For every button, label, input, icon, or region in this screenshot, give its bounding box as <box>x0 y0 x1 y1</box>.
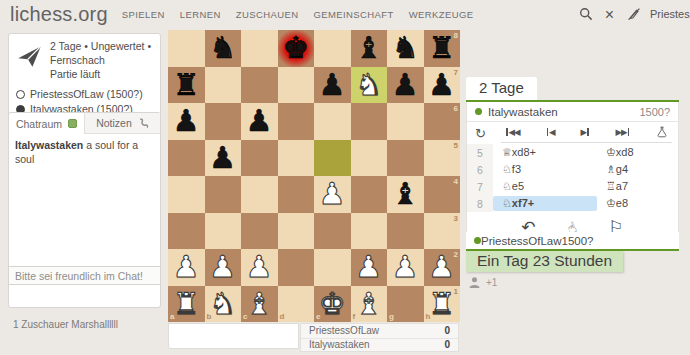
first-move-icon[interactable]: ◀◀ <box>505 127 520 137</box>
score-row-black: Italywastaken 0 <box>301 338 458 352</box>
challenges-off-icon[interactable] <box>626 7 641 22</box>
square-e1[interactable]: ♚e <box>314 286 351 323</box>
square-f2[interactable]: ♟ <box>351 249 388 286</box>
flip-board-icon[interactable]: ↻ <box>475 126 501 141</box>
move-row: 6♘f3♗g4 <box>467 161 678 178</box>
square-b1[interactable]: ♞b <box>205 286 242 323</box>
black-knight[interactable]: ♞ <box>205 30 242 67</box>
player-white-row[interactable]: PriestessOfLaw (1500?) <box>16 87 153 102</box>
menu-item-spielen[interactable]: SPIELEN <box>122 9 165 20</box>
white-pawn[interactable]: ♟ <box>241 249 278 286</box>
time-control-tab[interactable]: 2 Tage <box>466 77 537 100</box>
square-c6[interactable]: ♟ <box>241 103 278 140</box>
white-pawn[interactable]: ♟ <box>205 249 242 286</box>
move-black[interactable]: ♔e8 <box>597 196 628 211</box>
square-e4[interactable]: ♟ <box>314 176 351 213</box>
username-menu[interactable]: PriestessOfLaw <box>650 8 690 20</box>
square-a7[interactable]: ♜ <box>168 67 205 104</box>
coord-rank-7: 7 <box>454 68 458 77</box>
square-h1[interactable]: ♜h1 <box>424 286 461 323</box>
coord-file-e: e <box>316 312 320 321</box>
challenge-icon[interactable]: × <box>602 7 617 22</box>
prev-move-icon[interactable]: ◀ <box>546 127 555 137</box>
chat-message-author[interactable]: Italywastaken <box>15 139 83 151</box>
square-f6[interactable] <box>351 103 388 140</box>
spectator-counter: +1 <box>468 276 497 289</box>
move-list: 5♕xd8+♔xd86♘f3♗g47♘e5♖a78♘xf7+♔e8 <box>467 144 678 212</box>
game-status: Partie läuft <box>50 68 153 82</box>
move-row: 8♘xf7+♔e8 <box>467 195 678 212</box>
spectator-count: +1 <box>486 277 497 288</box>
square-g8[interactable]: ♞ <box>387 30 424 67</box>
coord-file-f: f <box>353 312 356 321</box>
black-bishop[interactable]: ♝ <box>387 176 424 213</box>
square-b2[interactable]: ♟ <box>205 249 242 286</box>
white-pawn[interactable]: ♟ <box>351 249 388 286</box>
black-pawn[interactable]: ♟ <box>205 140 242 177</box>
square-g2[interactable]: ♟ <box>387 249 424 286</box>
spectators-line[interactable]: 1 Zuschauer Marshallllll <box>13 319 118 330</box>
move-number: 8 <box>467 195 493 212</box>
coord-file-h: h <box>426 312 431 321</box>
square-b8[interactable]: ♞ <box>205 30 242 67</box>
chess-board: ♞♚♝♞♜8♜♟♞♟♟7♟♟6♟5♟♝43♟♟♟♟♟♟2♜a♞b♝cd♚e♝fg… <box>168 30 460 322</box>
square-f7[interactable]: ♞ <box>351 67 388 104</box>
black-pawn[interactable]: ♟ <box>241 103 278 140</box>
white-pawn[interactable]: ♟ <box>314 176 351 213</box>
move-number: 6 <box>467 161 493 178</box>
lichess-logo[interactable]: lichess.org <box>10 3 108 26</box>
chat-input[interactable] <box>9 266 160 285</box>
square-h5[interactable]: 5 <box>424 140 461 177</box>
move-row: 5♕xd8+♔xd8 <box>467 144 678 161</box>
game-panel: Italywastaken 1500? ↻ ◀◀ ◀ ▶ ▶▶ 5♕xd8+♔x… <box>466 102 679 244</box>
nav-right: × PriestessOfLaw <box>578 0 690 28</box>
square-h2[interactable]: ♟2 <box>424 249 461 286</box>
square-b3[interactable] <box>205 213 242 250</box>
game-meta-line: 2 Tage • Ungewertet • Fernschach <box>50 40 153 68</box>
white-color-icon <box>16 90 25 99</box>
square-g1[interactable]: g <box>387 286 424 323</box>
chat-messages: Italywastaken a soul for a soul <box>9 134 160 171</box>
black-rook[interactable]: ♜ <box>168 67 205 104</box>
chat-tabs: Chatraum Notizen <box>9 113 160 134</box>
tab-notizen-label: Notizen <box>96 117 132 129</box>
square-g7[interactable]: ♟ <box>387 67 424 104</box>
menu-item-gemeinschaft[interactable]: GEMEINSCHAFT <box>313 9 393 20</box>
move-number: 5 <box>467 144 493 161</box>
square-a8[interactable] <box>168 30 205 67</box>
menu-item-lernen[interactable]: LERNEN <box>180 9 221 20</box>
top-navbar: lichess.org SPIELEN LERNEN ZUSCHAUEN GEM… <box>0 0 690 28</box>
square-h4[interactable]: 4 <box>424 176 461 213</box>
last-move-icon[interactable]: ▶▶ <box>615 127 630 137</box>
tab-chatraum[interactable]: Chatraum <box>9 113 84 134</box>
square-c2[interactable]: ♟ <box>241 249 278 286</box>
tab-notizen[interactable]: Notizen <box>84 113 160 134</box>
square-h3[interactable]: 3 <box>424 213 461 250</box>
square-c4[interactable] <box>241 176 278 213</box>
move-white[interactable]: ♕xd8+ <box>493 145 597 160</box>
black-pawn[interactable]: ♟ <box>387 67 424 104</box>
square-d5[interactable] <box>278 140 315 177</box>
black-pawn[interactable]: ♟ <box>168 103 205 140</box>
square-e5[interactable] <box>314 140 351 177</box>
square-g4[interactable]: ♝ <box>387 176 424 213</box>
move-black[interactable]: ♗g4 <box>597 162 628 177</box>
coord-rank-4: 4 <box>454 177 458 186</box>
square-e2[interactable] <box>314 249 351 286</box>
chat-card: Chatraum Notizen Italywastaken a soul fo… <box>8 112 161 308</box>
black-bishop[interactable]: ♝ <box>351 30 388 67</box>
square-f1[interactable]: ♝f <box>351 286 388 323</box>
score-value-white: 0 <box>444 325 450 336</box>
white-pawn[interactable]: ♟ <box>168 249 205 286</box>
white-knight[interactable]: ♞ <box>351 67 388 104</box>
move-black[interactable]: ♖a7 <box>597 179 628 194</box>
coord-file-g: g <box>389 312 394 321</box>
square-h6[interactable]: 6 <box>424 103 461 140</box>
square-e6[interactable] <box>314 103 351 140</box>
score-value-black: 0 <box>444 339 450 350</box>
score-name-black: Italywastaken <box>309 339 370 350</box>
square-c8[interactable] <box>241 30 278 67</box>
game-info-card: 2 Tage • Ungewertet • Fernschach Partie … <box>8 33 161 123</box>
bottom-player-name[interactable]: PriestessOfLaw <box>481 235 562 247</box>
coord-file-d: d <box>280 312 285 321</box>
person-icon <box>468 276 481 289</box>
black-knight[interactable]: ♞ <box>387 30 424 67</box>
menu-item-zuschauen[interactable]: ZUSCHAUEN <box>236 9 299 20</box>
coord-rank-3: 3 <box>454 214 458 223</box>
coord-rank-8: 8 <box>454 31 458 40</box>
square-a1[interactable]: ♜a <box>168 286 205 323</box>
phone-icon <box>138 118 149 129</box>
top-player-rating: 1500? <box>639 106 670 118</box>
square-f4[interactable] <box>351 176 388 213</box>
square-d2[interactable] <box>278 249 315 286</box>
coord-rank-1: 1 <box>454 287 458 296</box>
search-icon[interactable] <box>578 7 593 22</box>
square-h8[interactable]: ♜8 <box>424 30 461 67</box>
square-f8[interactable]: ♝ <box>351 30 388 67</box>
score-sheet: PriestessOfLaw 0 Italywastaken 0 <box>300 323 459 352</box>
square-d8[interactable]: ♚ <box>278 30 315 67</box>
move-number: 7 <box>467 178 493 195</box>
square-e7[interactable]: ♟ <box>314 67 351 104</box>
square-c1[interactable]: ♝c <box>241 286 278 323</box>
square-g3[interactable] <box>387 213 424 250</box>
square-d3[interactable] <box>278 213 315 250</box>
player-white-label: PriestessOfLaw (1500?) <box>30 87 143 102</box>
chat-message: Italywastaken a soul for a soul <box>15 139 154 166</box>
square-f3[interactable] <box>351 213 388 250</box>
correspondence-paper-plane-icon <box>16 43 43 70</box>
online-dot <box>474 237 481 244</box>
chat-toggle[interactable] <box>68 119 77 128</box>
square-c5[interactable] <box>241 140 278 177</box>
square-d6[interactable] <box>278 103 315 140</box>
next-move-icon[interactable]: ▶ <box>581 127 590 137</box>
square-g6[interactable] <box>387 103 424 140</box>
square-h7[interactable]: ♟7 <box>424 67 461 104</box>
move-white[interactable]: ♘f3 <box>493 162 597 177</box>
square-e8[interactable] <box>314 30 351 67</box>
game-meta: 2 Tage • Ungewertet • Fernschach Partie … <box>50 40 153 82</box>
square-c3[interactable] <box>241 213 278 250</box>
square-b6[interactable] <box>205 103 242 140</box>
square-b5[interactable]: ♟ <box>205 140 242 177</box>
online-dot <box>475 108 482 115</box>
tab-chatraum-label: Chatraum <box>16 118 62 130</box>
move-row: 7♘e5♖a7 <box>467 178 678 195</box>
move-white[interactable]: ♘xf7+ <box>493 196 597 211</box>
top-player-name[interactable]: Italywastaken <box>488 106 639 118</box>
square-d7[interactable] <box>278 67 315 104</box>
menu-item-werkzeuge[interactable]: WERKZEUGE <box>409 9 474 20</box>
coord-rank-2: 2 <box>454 250 458 259</box>
analysis-icon[interactable] <box>656 126 668 138</box>
square-b4[interactable] <box>205 176 242 213</box>
square-f5[interactable] <box>351 140 388 177</box>
square-a3[interactable] <box>168 213 205 250</box>
top-player-row: Italywastaken 1500? <box>467 102 678 122</box>
coord-rank-5: 5 <box>454 141 458 150</box>
move-white[interactable]: ♘e5 <box>493 179 597 194</box>
square-a2[interactable]: ♟ <box>168 249 205 286</box>
square-d4[interactable] <box>278 176 315 213</box>
coord-file-b: b <box>207 312 212 321</box>
correspondence-clock: Ein Tag 23 Stunden <box>466 251 623 272</box>
bottom-player-rating: 1500? <box>562 235 594 247</box>
coord-rank-6: 6 <box>454 104 458 113</box>
square-d1[interactable]: d <box>278 286 315 323</box>
score-name-white: PriestessOfLaw <box>309 325 379 336</box>
coord-file-a: a <box>170 312 174 321</box>
move-black[interactable]: ♔xd8 <box>597 145 634 160</box>
main-menu: SPIELEN LERNEN ZUSCHAUEN GEMEINSCHAFT WE… <box>122 9 474 20</box>
square-e3[interactable] <box>314 213 351 250</box>
coord-file-c: c <box>243 312 247 321</box>
square-a6[interactable]: ♟ <box>168 103 205 140</box>
captured-pieces-tray <box>168 323 299 349</box>
score-row-white: PriestessOfLaw 0 <box>301 324 458 338</box>
bottom-player-row: PriestessOfLaw 1500? <box>466 232 679 251</box>
square-c7[interactable] <box>241 67 278 104</box>
square-g5[interactable] <box>387 140 424 177</box>
move-controls: ↻ ◀◀ ◀ ▶ ▶▶ <box>467 122 678 144</box>
square-a4[interactable] <box>168 176 205 213</box>
square-b7[interactable] <box>205 67 242 104</box>
white-pawn[interactable]: ♟ <box>387 249 424 286</box>
square-a5[interactable] <box>168 140 205 177</box>
white-bishop[interactable]: ♝ <box>351 286 388 323</box>
black-king[interactable]: ♚ <box>278 30 315 67</box>
black-pawn[interactable]: ♟ <box>314 67 351 104</box>
